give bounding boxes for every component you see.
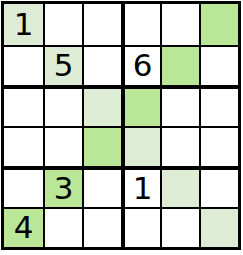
given-digit: 4 — [14, 212, 34, 243]
given-digit: 1 — [14, 9, 34, 40]
cell-r4c5[interactable] — [160, 126, 199, 167]
sudoku-page: 156314 — [0, 0, 243, 255]
cell-r2c3[interactable] — [82, 45, 121, 86]
cell-r6c4[interactable] — [121, 207, 160, 248]
cell-r1c5[interactable] — [160, 4, 199, 45]
cell-r4c6[interactable] — [199, 126, 238, 167]
cell-r3c3[interactable] — [82, 85, 121, 126]
cell-r6c6[interactable] — [199, 207, 238, 248]
cell-r4c1[interactable] — [4, 126, 43, 167]
given-digit: 1 — [133, 173, 153, 204]
cell-r6c1[interactable]: 4 — [4, 207, 43, 248]
cell-r2c6[interactable] — [199, 45, 238, 86]
given-digit: 3 — [54, 173, 74, 204]
cell-r6c3[interactable] — [82, 207, 121, 248]
cell-r3c4[interactable] — [121, 85, 160, 126]
cell-r3c2[interactable] — [43, 85, 82, 126]
cell-r1c3[interactable] — [82, 4, 121, 45]
cell-r5c2[interactable]: 3 — [43, 166, 82, 207]
cell-r4c3[interactable] — [82, 126, 121, 167]
cell-r2c2[interactable]: 5 — [43, 45, 82, 86]
cell-r3c1[interactable] — [4, 85, 43, 126]
cell-r6c2[interactable] — [43, 207, 82, 248]
cell-r1c4[interactable] — [121, 4, 160, 45]
given-digit: 5 — [54, 50, 74, 81]
cell-r2c4[interactable]: 6 — [121, 45, 160, 86]
cell-r5c5[interactable] — [160, 166, 199, 207]
cell-r3c5[interactable] — [160, 85, 199, 126]
cell-r3c6[interactable] — [199, 85, 238, 126]
cell-r4c2[interactable] — [43, 126, 82, 167]
cell-r5c4[interactable]: 1 — [121, 166, 160, 207]
cell-r1c1[interactable]: 1 — [4, 4, 43, 45]
cell-r5c6[interactable] — [199, 166, 238, 207]
cell-r5c3[interactable] — [82, 166, 121, 207]
cell-r1c6[interactable] — [199, 4, 238, 45]
sudoku-board: 156314 — [1, 1, 241, 250]
cell-r6c5[interactable] — [160, 207, 199, 248]
cell-r4c4[interactable] — [121, 126, 160, 167]
given-digit: 6 — [133, 50, 153, 81]
cell-r2c1[interactable] — [4, 45, 43, 86]
cell-r2c5[interactable] — [160, 45, 199, 86]
cell-r5c1[interactable] — [4, 166, 43, 207]
cell-r1c2[interactable] — [43, 4, 82, 45]
